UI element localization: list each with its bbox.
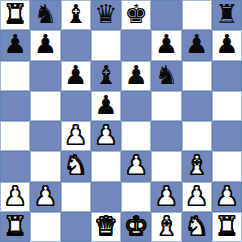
square-d2[interactable] bbox=[91, 182, 121, 212]
chess-board: ♜♞♝♛♚♜♟♟♟♟♟♟♝♟♞♟♟♟♞♟♝♟♟♟♟♟♜♛♚♝♞♜ bbox=[0, 0, 242, 242]
square-b3[interactable] bbox=[30, 151, 60, 181]
piece-white-king[interactable]: ♚ bbox=[124, 213, 147, 239]
piece-white-rook[interactable]: ♜ bbox=[3, 213, 26, 239]
piece-white-knight[interactable]: ♞ bbox=[185, 213, 208, 239]
piece-black-bishop[interactable]: ♝ bbox=[94, 62, 117, 88]
square-h8[interactable]: ♜ bbox=[212, 0, 242, 30]
square-c6[interactable]: ♟ bbox=[61, 61, 91, 91]
square-c3[interactable]: ♞ bbox=[61, 151, 91, 181]
piece-white-pawn[interactable]: ♟ bbox=[215, 183, 238, 209]
square-a1[interactable]: ♜ bbox=[0, 212, 30, 242]
square-a8[interactable]: ♜ bbox=[0, 0, 30, 30]
square-f1[interactable]: ♝ bbox=[151, 212, 181, 242]
piece-white-knight[interactable]: ♞ bbox=[64, 152, 87, 178]
square-h2[interactable]: ♟ bbox=[212, 182, 242, 212]
square-h5[interactable] bbox=[212, 91, 242, 121]
piece-black-pawn[interactable]: ♟ bbox=[64, 62, 87, 88]
square-e5[interactable] bbox=[121, 91, 151, 121]
piece-white-pawn[interactable]: ♟ bbox=[64, 122, 87, 148]
piece-black-pawn[interactable]: ♟ bbox=[3, 31, 26, 57]
square-d7[interactable] bbox=[91, 30, 121, 60]
square-g3[interactable]: ♝ bbox=[182, 151, 212, 181]
square-b5[interactable] bbox=[30, 91, 60, 121]
square-g1[interactable]: ♞ bbox=[182, 212, 212, 242]
square-f3[interactable] bbox=[151, 151, 181, 181]
piece-black-rook[interactable]: ♜ bbox=[215, 1, 238, 27]
square-g2[interactable]: ♟ bbox=[182, 182, 212, 212]
square-f2[interactable]: ♟ bbox=[151, 182, 181, 212]
piece-black-pawn[interactable]: ♟ bbox=[185, 31, 208, 57]
square-a6[interactable] bbox=[0, 61, 30, 91]
piece-white-bishop[interactable]: ♝ bbox=[155, 213, 178, 239]
piece-black-pawn[interactable]: ♟ bbox=[94, 92, 117, 118]
square-b7[interactable]: ♟ bbox=[30, 30, 60, 60]
square-g8[interactable] bbox=[182, 0, 212, 30]
piece-black-bishop[interactable]: ♝ bbox=[64, 1, 87, 27]
square-c7[interactable] bbox=[61, 30, 91, 60]
square-b8[interactable]: ♞ bbox=[30, 0, 60, 30]
square-e7[interactable] bbox=[121, 30, 151, 60]
square-g4[interactable] bbox=[182, 121, 212, 151]
square-d8[interactable]: ♛ bbox=[91, 0, 121, 30]
square-f8[interactable] bbox=[151, 0, 181, 30]
square-c8[interactable]: ♝ bbox=[61, 0, 91, 30]
square-g7[interactable]: ♟ bbox=[182, 30, 212, 60]
square-a2[interactable]: ♟ bbox=[0, 182, 30, 212]
square-h7[interactable]: ♟ bbox=[212, 30, 242, 60]
piece-white-pawn[interactable]: ♟ bbox=[3, 183, 26, 209]
square-b6[interactable] bbox=[30, 61, 60, 91]
piece-white-rook[interactable]: ♜ bbox=[3, 1, 26, 27]
piece-white-pawn[interactable]: ♟ bbox=[34, 183, 57, 209]
piece-black-pawn[interactable]: ♟ bbox=[215, 31, 238, 57]
square-h3[interactable] bbox=[212, 151, 242, 181]
square-d6[interactable]: ♝ bbox=[91, 61, 121, 91]
square-c2[interactable] bbox=[61, 182, 91, 212]
square-f6[interactable]: ♞ bbox=[151, 61, 181, 91]
square-d3[interactable] bbox=[91, 151, 121, 181]
square-d4[interactable]: ♟ bbox=[91, 121, 121, 151]
square-h4[interactable] bbox=[212, 121, 242, 151]
piece-black-pawn[interactable]: ♟ bbox=[34, 31, 57, 57]
square-b4[interactable] bbox=[30, 121, 60, 151]
square-f5[interactable] bbox=[151, 91, 181, 121]
square-b1[interactable] bbox=[30, 212, 60, 242]
square-a7[interactable]: ♟ bbox=[0, 30, 30, 60]
square-a4[interactable] bbox=[0, 121, 30, 151]
square-a3[interactable] bbox=[0, 151, 30, 181]
square-a5[interactable] bbox=[0, 91, 30, 121]
piece-black-pawn[interactable]: ♟ bbox=[124, 62, 147, 88]
square-b2[interactable]: ♟ bbox=[30, 182, 60, 212]
square-e4[interactable] bbox=[121, 121, 151, 151]
square-e3[interactable]: ♟ bbox=[121, 151, 151, 181]
square-d1[interactable]: ♛ bbox=[91, 212, 121, 242]
piece-white-pawn[interactable]: ♟ bbox=[124, 152, 147, 178]
piece-black-knight[interactable]: ♞ bbox=[34, 1, 57, 27]
piece-black-pawn[interactable]: ♟ bbox=[155, 31, 178, 57]
piece-black-knight[interactable]: ♞ bbox=[155, 62, 178, 88]
square-h1[interactable]: ♜ bbox=[212, 212, 242, 242]
square-f7[interactable]: ♟ bbox=[151, 30, 181, 60]
square-h6[interactable] bbox=[212, 61, 242, 91]
square-c1[interactable] bbox=[61, 212, 91, 242]
piece-white-pawn[interactable]: ♟ bbox=[185, 183, 208, 209]
square-c4[interactable]: ♟ bbox=[61, 121, 91, 151]
piece-white-bishop[interactable]: ♝ bbox=[185, 152, 208, 178]
piece-white-queen[interactable]: ♛ bbox=[94, 213, 117, 239]
piece-black-queen[interactable]: ♛ bbox=[94, 1, 117, 27]
piece-black-king[interactable]: ♚ bbox=[124, 1, 147, 27]
square-e1[interactable]: ♚ bbox=[121, 212, 151, 242]
square-f4[interactable] bbox=[151, 121, 181, 151]
square-g5[interactable] bbox=[182, 91, 212, 121]
piece-white-rook[interactable]: ♜ bbox=[215, 213, 238, 239]
piece-white-pawn[interactable]: ♟ bbox=[155, 183, 178, 209]
square-d5[interactable]: ♟ bbox=[91, 91, 121, 121]
square-g6[interactable] bbox=[182, 61, 212, 91]
square-e2[interactable] bbox=[121, 182, 151, 212]
piece-white-pawn[interactable]: ♟ bbox=[94, 122, 117, 148]
square-c5[interactable] bbox=[61, 91, 91, 121]
square-e6[interactable]: ♟ bbox=[121, 61, 151, 91]
square-e8[interactable]: ♚ bbox=[121, 0, 151, 30]
